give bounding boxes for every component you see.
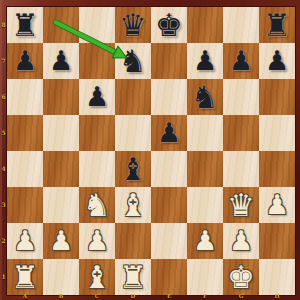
square-h8[interactable]: ♜ [259,7,295,43]
piece-black-pawn-a7[interactable]: ♟ [13,43,37,79]
piece-black-pawn-b7[interactable]: ♟ [49,43,73,79]
square-c1[interactable]: ♝ [79,259,115,295]
square-d5[interactable] [115,115,151,151]
file-label-h: H [273,293,281,300]
rank-label-1: 1 [1,273,7,281]
square-g7[interactable]: ♟ [223,43,259,79]
square-e6[interactable] [151,79,187,115]
rank-label-7: 7 [1,57,7,65]
piece-white-pawn-h3[interactable]: ♟ [265,187,289,223]
square-e1[interactable] [151,259,187,295]
file-label-e: E [165,293,173,300]
piece-white-pawn-c2[interactable]: ♟ [85,223,109,259]
square-h6[interactable] [259,79,295,115]
square-b4[interactable] [43,151,79,187]
square-e7[interactable] [151,43,187,79]
square-f3[interactable] [187,187,223,223]
square-a3[interactable] [7,187,43,223]
square-a1[interactable]: ♜ [7,259,43,295]
square-a5[interactable] [7,115,43,151]
square-e5[interactable]: ♟ [151,115,187,151]
square-d6[interactable] [115,79,151,115]
square-f4[interactable] [187,151,223,187]
chess-board: ♜♛♚♜♟♟♞♟♟♟♟♞♟♝♞♝♛♟♟♟♟♟♟♜♝♜♚ [7,7,295,295]
square-d7[interactable]: ♞ [115,43,151,79]
square-b8[interactable] [43,7,79,43]
square-e4[interactable] [151,151,187,187]
square-f8[interactable] [187,7,223,43]
piece-black-pawn-f7[interactable]: ♟ [193,43,217,79]
square-a7[interactable]: ♟ [7,43,43,79]
file-label-g: G [237,293,245,300]
square-c3[interactable]: ♞ [79,187,115,223]
piece-white-king-g1[interactable]: ♚ [227,259,255,295]
piece-black-bishop-d4[interactable]: ♝ [119,151,147,187]
square-e2[interactable] [151,223,187,259]
square-b1[interactable] [43,259,79,295]
piece-white-bishop-d3[interactable]: ♝ [119,187,147,223]
square-g5[interactable] [223,115,259,151]
square-a4[interactable] [7,151,43,187]
square-g2[interactable]: ♟ [223,223,259,259]
square-h2[interactable] [259,223,295,259]
square-b7[interactable]: ♟ [43,43,79,79]
square-h3[interactable]: ♟ [259,187,295,223]
chess-board-frame: ♜♛♚♜♟♟♞♟♟♟♟♞♟♝♞♝♛♟♟♟♟♟♟♜♝♜♚ 87654321ABCD… [0,0,300,300]
square-f7[interactable]: ♟ [187,43,223,79]
file-label-d: D [129,293,137,300]
square-c7[interactable] [79,43,115,79]
square-a8[interactable]: ♜ [7,7,43,43]
square-e3[interactable] [151,187,187,223]
square-d3[interactable]: ♝ [115,187,151,223]
piece-white-rook-d1[interactable]: ♜ [119,259,147,295]
piece-white-rook-a1[interactable]: ♜ [11,259,39,295]
square-g3[interactable]: ♛ [223,187,259,223]
piece-white-pawn-b2[interactable]: ♟ [49,223,73,259]
square-h7[interactable]: ♟ [259,43,295,79]
piece-black-queen-d8[interactable]: ♛ [119,7,147,43]
square-c5[interactable] [79,115,115,151]
square-b3[interactable] [43,187,79,223]
square-d1[interactable]: ♜ [115,259,151,295]
piece-white-pawn-g2[interactable]: ♟ [229,223,253,259]
square-f2[interactable]: ♟ [187,223,223,259]
square-b5[interactable] [43,115,79,151]
square-f1[interactable] [187,259,223,295]
piece-black-king-e8[interactable]: ♚ [155,7,183,43]
square-d8[interactable]: ♛ [115,7,151,43]
square-c6[interactable]: ♟ [79,79,115,115]
file-label-c: C [93,293,101,300]
square-d2[interactable] [115,223,151,259]
rank-label-4: 4 [1,165,7,173]
piece-black-pawn-e5[interactable]: ♟ [157,115,181,151]
square-c8[interactable] [79,7,115,43]
file-label-f: F [201,293,209,300]
piece-white-pawn-f2[interactable]: ♟ [193,223,217,259]
square-g8[interactable] [223,7,259,43]
piece-black-rook-h8[interactable]: ♜ [263,7,291,43]
square-b2[interactable]: ♟ [43,223,79,259]
square-c4[interactable] [79,151,115,187]
piece-black-rook-a8[interactable]: ♜ [11,7,39,43]
piece-white-queen-g3[interactable]: ♛ [227,187,255,223]
square-c2[interactable]: ♟ [79,223,115,259]
rank-label-8: 8 [1,21,7,29]
file-label-b: B [57,293,65,300]
square-g1[interactable]: ♚ [223,259,259,295]
piece-black-pawn-g7[interactable]: ♟ [229,43,253,79]
square-g6[interactable] [223,79,259,115]
rank-label-2: 2 [1,237,7,245]
square-h4[interactable] [259,151,295,187]
piece-white-pawn-a2[interactable]: ♟ [13,223,37,259]
piece-black-pawn-c6[interactable]: ♟ [85,79,109,115]
rank-label-6: 6 [1,93,7,101]
square-a2[interactable]: ♟ [7,223,43,259]
piece-white-bishop-c1[interactable]: ♝ [83,259,111,295]
file-label-a: A [21,293,29,300]
piece-black-knight-f6[interactable]: ♞ [191,79,219,115]
square-f5[interactable] [187,115,223,151]
piece-black-pawn-h7[interactable]: ♟ [265,43,289,79]
square-a6[interactable] [7,79,43,115]
square-f6[interactable]: ♞ [187,79,223,115]
rank-label-5: 5 [1,129,7,137]
square-h1[interactable] [259,259,295,295]
square-h5[interactable] [259,115,295,151]
square-e8[interactable]: ♚ [151,7,187,43]
square-g4[interactable] [223,151,259,187]
rank-label-3: 3 [1,201,7,209]
piece-white-knight-c3[interactable]: ♞ [83,187,111,223]
square-b6[interactable] [43,79,79,115]
square-d4[interactable]: ♝ [115,151,151,187]
piece-black-knight-d7[interactable]: ♞ [119,43,147,79]
